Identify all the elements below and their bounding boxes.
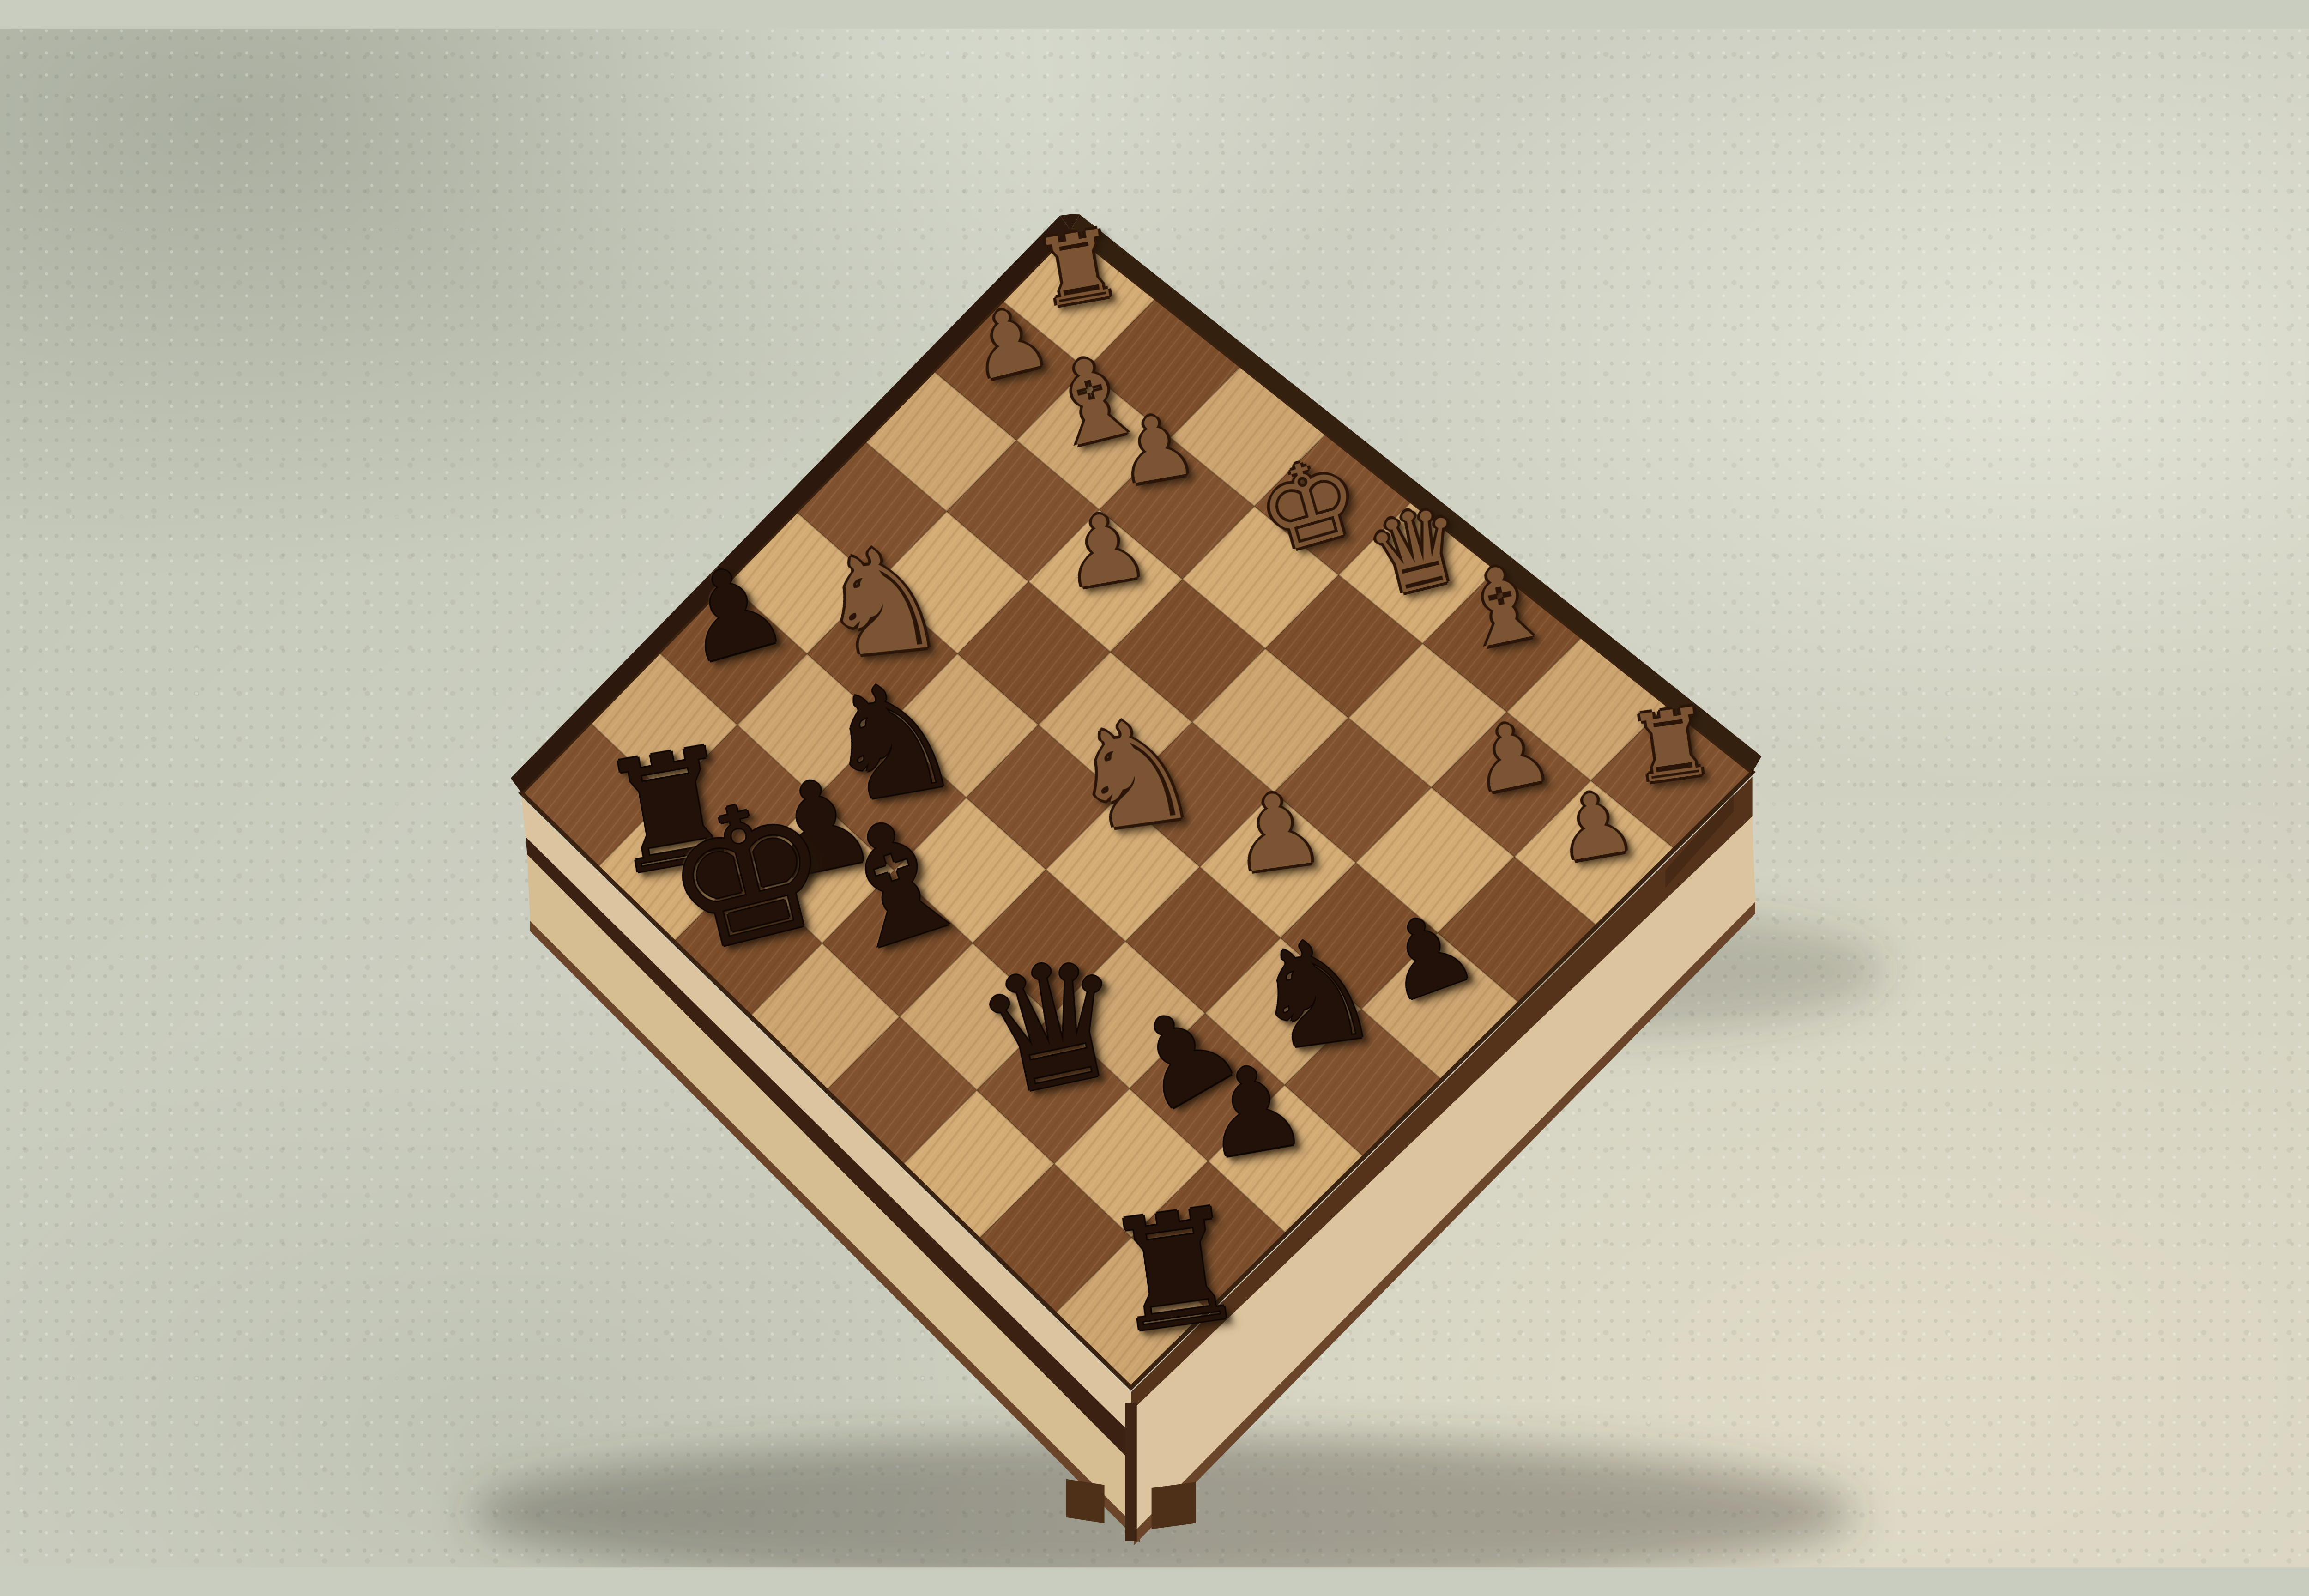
piece-white-rook-a1[interactable]: ♜ [1623,695,1719,799]
piece-white-rook-h1[interactable]: ♜ [1029,217,1128,324]
piece-white-pawn-b2[interactable]: ♟ [1463,707,1557,808]
piece-black-pawn-a6[interactable]: ♟ [1192,1045,1314,1177]
piece-white-pawn-f2[interactable]: ♟ [1110,400,1202,499]
pieces-layer: ♜♟♝♟♚♟♛♝♟♞♜♟♞♞♟♟♜♟♚♝♟♞♛♟♟♜ [0,29,2309,1567]
piece-white-knight-d5[interactable]: ♞ [1061,697,1207,856]
piece-black-rook-a8[interactable]: ♜ [1096,1184,1255,1357]
piece-white-pawn-a2[interactable]: ♟ [1548,778,1640,876]
piece-white-pawn-f3[interactable]: ♟ [1055,498,1154,605]
photo-scene: ♜♟♝♟♚♟♛♝♟♞♜♟♞♞♟♟♜♟♚♝♟♞♛♟♟♜ [0,29,2309,1567]
piece-white-bishop-c1[interactable]: ♝ [1446,547,1557,666]
piece-white-pawn-c4[interactable]: ♟ [1225,776,1329,889]
piece-black-pawn-h6[interactable]: ♟ [666,544,798,684]
piece-white-king-e1[interactable]: ♚ [1246,438,1372,572]
piece-black-pawn-b4[interactable]: ♟ [1366,893,1486,1019]
